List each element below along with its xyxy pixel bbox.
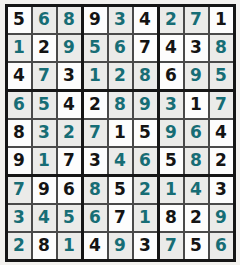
cell-r5c4[interactable]: 7 — [84, 120, 107, 146]
cell-r7c5[interactable]: 5 — [109, 177, 132, 203]
cell-r1c2[interactable]: 6 — [33, 7, 56, 33]
cell-r9c3[interactable]: 1 — [58, 233, 81, 259]
cell-r8c3[interactable]: 5 — [58, 205, 81, 231]
cell-r1c5[interactable]: 3 — [109, 7, 132, 33]
box-2: 934567128 — [84, 7, 157, 89]
cell-r1c4[interactable]: 9 — [84, 7, 107, 33]
cell-r1c3[interactable]: 8 — [58, 7, 81, 33]
cell-r1c1[interactable]: 5 — [8, 7, 31, 33]
cell-r4c9[interactable]: 7 — [210, 92, 233, 118]
cell-r6c5[interactable]: 4 — [109, 148, 132, 174]
cell-r2c7[interactable]: 4 — [160, 35, 183, 61]
cell-r9c9[interactable]: 6 — [210, 233, 233, 259]
cell-r5c8[interactable]: 6 — [185, 120, 208, 146]
cell-r7c8[interactable]: 4 — [185, 177, 208, 203]
cell-r1c7[interactable]: 2 — [160, 7, 183, 33]
box-9: 143829756 — [160, 177, 233, 259]
cell-r8c7[interactable]: 8 — [160, 205, 183, 231]
cell-r3c9[interactable]: 5 — [210, 63, 233, 89]
cell-r2c6[interactable]: 7 — [134, 35, 157, 61]
cell-r4c1[interactable]: 6 — [8, 92, 31, 118]
cell-r3c8[interactable]: 9 — [185, 63, 208, 89]
cell-r4c5[interactable]: 8 — [109, 92, 132, 118]
cell-r5c5[interactable]: 1 — [109, 120, 132, 146]
cell-r2c3[interactable]: 9 — [58, 35, 81, 61]
cell-r8c1[interactable]: 3 — [8, 205, 31, 231]
sudoku-board: 568129473 934567128 271438695 654832917 … — [5, 4, 236, 262]
cell-r9c7[interactable]: 7 — [160, 233, 183, 259]
cell-r5c1[interactable]: 8 — [8, 120, 31, 146]
cell-r9c8[interactable]: 5 — [185, 233, 208, 259]
cell-r3c3[interactable]: 3 — [58, 63, 81, 89]
cell-r5c2[interactable]: 3 — [33, 120, 56, 146]
box-5: 289715346 — [84, 92, 157, 174]
cell-r9c6[interactable]: 3 — [134, 233, 157, 259]
cell-r4c7[interactable]: 3 — [160, 92, 183, 118]
cell-r8c5[interactable]: 7 — [109, 205, 132, 231]
cell-r8c9[interactable]: 9 — [210, 205, 233, 231]
cell-r6c7[interactable]: 5 — [160, 148, 183, 174]
cell-r3c1[interactable]: 4 — [8, 63, 31, 89]
cell-r6c4[interactable]: 3 — [84, 148, 107, 174]
cell-r4c8[interactable]: 1 — [185, 92, 208, 118]
cell-r8c8[interactable]: 2 — [185, 205, 208, 231]
cell-r7c2[interactable]: 9 — [33, 177, 56, 203]
cell-r6c8[interactable]: 8 — [185, 148, 208, 174]
cell-r3c2[interactable]: 7 — [33, 63, 56, 89]
cell-r3c4[interactable]: 1 — [84, 63, 107, 89]
cell-r7c1[interactable]: 7 — [8, 177, 31, 203]
cell-r8c4[interactable]: 6 — [84, 205, 107, 231]
cell-r1c9[interactable]: 1 — [210, 7, 233, 33]
box-8: 852671493 — [84, 177, 157, 259]
cell-r4c6[interactable]: 9 — [134, 92, 157, 118]
cell-r1c8[interactable]: 7 — [185, 7, 208, 33]
cell-r3c7[interactable]: 6 — [160, 63, 183, 89]
page: 568129473 934567128 271438695 654832917 … — [0, 0, 240, 265]
cell-r1c6[interactable]: 4 — [134, 7, 157, 33]
cell-r4c3[interactable]: 4 — [58, 92, 81, 118]
box-6: 317964582 — [160, 92, 233, 174]
cell-r6c9[interactable]: 2 — [210, 148, 233, 174]
box-1: 568129473 — [8, 7, 81, 89]
cell-r6c2[interactable]: 1 — [33, 148, 56, 174]
cell-r2c9[interactable]: 8 — [210, 35, 233, 61]
box-3: 271438695 — [160, 7, 233, 89]
cell-r4c2[interactable]: 5 — [33, 92, 56, 118]
cell-r2c8[interactable]: 3 — [185, 35, 208, 61]
cell-r2c2[interactable]: 2 — [33, 35, 56, 61]
cell-r5c9[interactable]: 4 — [210, 120, 233, 146]
cell-r7c3[interactable]: 6 — [58, 177, 81, 203]
cell-r3c5[interactable]: 2 — [109, 63, 132, 89]
cell-r7c4[interactable]: 8 — [84, 177, 107, 203]
cell-r6c6[interactable]: 6 — [134, 148, 157, 174]
cell-r6c3[interactable]: 7 — [58, 148, 81, 174]
cell-r7c6[interactable]: 2 — [134, 177, 157, 203]
cell-r9c1[interactable]: 2 — [8, 233, 31, 259]
cell-r5c7[interactable]: 9 — [160, 120, 183, 146]
cell-r7c7[interactable]: 1 — [160, 177, 183, 203]
box-7: 796345281 — [8, 177, 81, 259]
cell-r5c6[interactable]: 5 — [134, 120, 157, 146]
cell-r3c6[interactable]: 8 — [134, 63, 157, 89]
cell-r9c5[interactable]: 9 — [109, 233, 132, 259]
cell-r8c2[interactable]: 4 — [33, 205, 56, 231]
cell-r8c6[interactable]: 1 — [134, 205, 157, 231]
cell-r7c9[interactable]: 3 — [210, 177, 233, 203]
cell-r2c5[interactable]: 6 — [109, 35, 132, 61]
cell-r9c4[interactable]: 4 — [84, 233, 107, 259]
cell-r2c1[interactable]: 1 — [8, 35, 31, 61]
cell-r6c1[interactable]: 9 — [8, 148, 31, 174]
cell-r5c3[interactable]: 2 — [58, 120, 81, 146]
box-4: 654832917 — [8, 92, 81, 174]
cell-r2c4[interactable]: 5 — [84, 35, 107, 61]
cell-r4c4[interactable]: 2 — [84, 92, 107, 118]
cell-r9c2[interactable]: 8 — [33, 233, 56, 259]
